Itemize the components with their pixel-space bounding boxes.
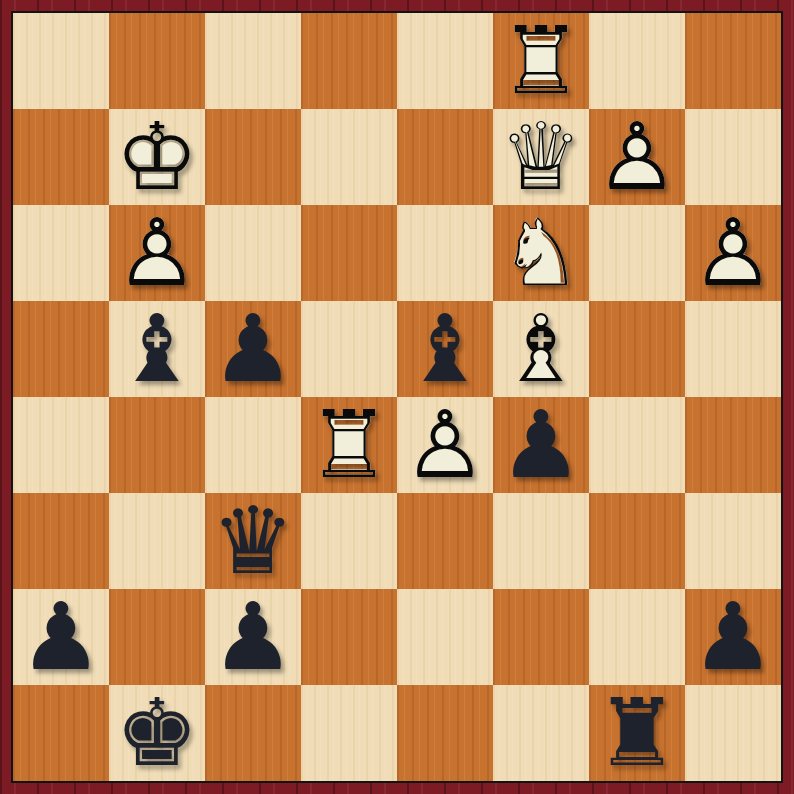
square-g6[interactable] xyxy=(589,205,685,301)
white-pawn: ♟♙ xyxy=(685,205,781,301)
square-g8[interactable] xyxy=(589,13,685,109)
white-pawn: ♟♙ xyxy=(109,205,205,301)
square-g7[interactable]: ♟♙ xyxy=(589,109,685,205)
black-pawn: ♟ xyxy=(13,589,109,685)
white-pawn: ♟♙ xyxy=(397,397,493,493)
square-a5[interactable] xyxy=(13,301,109,397)
piece-fill-layer: ♟ xyxy=(13,589,109,685)
white-king: ♚♔ xyxy=(109,109,205,205)
square-c6[interactable] xyxy=(205,205,301,301)
square-a8[interactable] xyxy=(13,13,109,109)
square-c2[interactable]: ♟ xyxy=(205,589,301,685)
square-g5[interactable] xyxy=(589,301,685,397)
square-b2[interactable] xyxy=(109,589,205,685)
square-h3[interactable] xyxy=(685,493,781,589)
square-e1[interactable] xyxy=(397,685,493,781)
white-rook: ♜♖ xyxy=(301,397,397,493)
square-a4[interactable] xyxy=(13,397,109,493)
square-b6[interactable]: ♟♙ xyxy=(109,205,205,301)
white-rook: ♜♖ xyxy=(493,13,589,109)
square-e5[interactable]: ♝ xyxy=(397,301,493,397)
board-inner-border: ♜♖♚♔♛♕♟♙♟♙♞♘♟♙♝♟♝♝♗♜♖♟♙♟♛♟♟♟♚♜ xyxy=(11,11,783,783)
piece-fill-layer: ♟ xyxy=(205,301,301,397)
white-knight: ♞♘ xyxy=(493,205,589,301)
white-pawn: ♟♙ xyxy=(589,109,685,205)
square-f8[interactable]: ♜♖ xyxy=(493,13,589,109)
square-e3[interactable] xyxy=(397,493,493,589)
board-frame: ♜♖♚♔♛♕♟♙♟♙♞♘♟♙♝♟♝♝♗♜♖♟♙♟♛♟♟♟♚♜ xyxy=(0,0,794,794)
square-h4[interactable] xyxy=(685,397,781,493)
square-b4[interactable] xyxy=(109,397,205,493)
square-c7[interactable] xyxy=(205,109,301,205)
square-g1[interactable]: ♜ xyxy=(589,685,685,781)
piece-outline-layer: ♙ xyxy=(397,397,493,493)
square-g3[interactable] xyxy=(589,493,685,589)
black-bishop: ♝ xyxy=(109,301,205,397)
piece-fill-layer: ♜ xyxy=(589,685,685,781)
square-e6[interactable] xyxy=(397,205,493,301)
square-a2[interactable]: ♟ xyxy=(13,589,109,685)
piece-fill-layer: ♝ xyxy=(397,301,493,397)
black-pawn: ♟ xyxy=(685,589,781,685)
square-d6[interactable] xyxy=(301,205,397,301)
square-b8[interactable] xyxy=(109,13,205,109)
square-a7[interactable] xyxy=(13,109,109,205)
square-e7[interactable] xyxy=(397,109,493,205)
square-h2[interactable]: ♟ xyxy=(685,589,781,685)
square-g4[interactable] xyxy=(589,397,685,493)
square-d8[interactable] xyxy=(301,13,397,109)
square-a6[interactable] xyxy=(13,205,109,301)
black-rook: ♜ xyxy=(589,685,685,781)
square-b5[interactable]: ♝ xyxy=(109,301,205,397)
piece-outline-layer: ♙ xyxy=(109,205,205,301)
square-f2[interactable] xyxy=(493,589,589,685)
square-b1[interactable]: ♚ xyxy=(109,685,205,781)
chess-board: ♜♖♚♔♛♕♟♙♟♙♞♘♟♙♝♟♝♝♗♜♖♟♙♟♛♟♟♟♚♜ xyxy=(13,13,781,781)
square-h6[interactable]: ♟♙ xyxy=(685,205,781,301)
piece-fill-layer: ♟ xyxy=(205,589,301,685)
square-f5[interactable]: ♝♗ xyxy=(493,301,589,397)
square-f7[interactable]: ♛♕ xyxy=(493,109,589,205)
square-h8[interactable] xyxy=(685,13,781,109)
piece-outline-layer: ♗ xyxy=(493,301,589,397)
square-d3[interactable] xyxy=(301,493,397,589)
piece-outline-layer: ♖ xyxy=(493,13,589,109)
square-e8[interactable] xyxy=(397,13,493,109)
square-c3[interactable]: ♛ xyxy=(205,493,301,589)
piece-outline-layer: ♖ xyxy=(301,397,397,493)
square-d2[interactable] xyxy=(301,589,397,685)
black-pawn: ♟ xyxy=(205,589,301,685)
piece-outline-layer: ♘ xyxy=(493,205,589,301)
square-e4[interactable]: ♟♙ xyxy=(397,397,493,493)
square-f4[interactable]: ♟ xyxy=(493,397,589,493)
white-bishop: ♝♗ xyxy=(493,301,589,397)
square-d4[interactable]: ♜♖ xyxy=(301,397,397,493)
white-queen: ♛♕ xyxy=(493,109,589,205)
piece-fill-layer: ♟ xyxy=(685,589,781,685)
black-queen: ♛ xyxy=(205,493,301,589)
square-d7[interactable] xyxy=(301,109,397,205)
piece-outline-layer: ♕ xyxy=(493,109,589,205)
square-a3[interactable] xyxy=(13,493,109,589)
piece-fill-layer: ♛ xyxy=(205,493,301,589)
black-pawn: ♟ xyxy=(493,397,589,493)
square-c1[interactable] xyxy=(205,685,301,781)
square-d1[interactable] xyxy=(301,685,397,781)
piece-outline-layer: ♔ xyxy=(109,109,205,205)
piece-outline-layer: ♙ xyxy=(589,109,685,205)
square-c5[interactable]: ♟ xyxy=(205,301,301,397)
square-h1[interactable] xyxy=(685,685,781,781)
square-f3[interactable] xyxy=(493,493,589,589)
square-e2[interactable] xyxy=(397,589,493,685)
square-d5[interactable] xyxy=(301,301,397,397)
square-c4[interactable] xyxy=(205,397,301,493)
piece-fill-layer: ♝ xyxy=(109,301,205,397)
square-f6[interactable]: ♞♘ xyxy=(493,205,589,301)
black-king: ♚ xyxy=(109,685,205,781)
square-b7[interactable]: ♚♔ xyxy=(109,109,205,205)
black-bishop: ♝ xyxy=(397,301,493,397)
square-f1[interactable] xyxy=(493,685,589,781)
square-g2[interactable] xyxy=(589,589,685,685)
square-a1[interactable] xyxy=(13,685,109,781)
square-b3[interactable] xyxy=(109,493,205,589)
square-h5[interactable] xyxy=(685,301,781,397)
piece-fill-layer: ♚ xyxy=(109,685,205,781)
square-h7[interactable] xyxy=(685,109,781,205)
piece-outline-layer: ♙ xyxy=(685,205,781,301)
black-pawn: ♟ xyxy=(205,301,301,397)
piece-fill-layer: ♟ xyxy=(493,397,589,493)
square-c8[interactable] xyxy=(205,13,301,109)
